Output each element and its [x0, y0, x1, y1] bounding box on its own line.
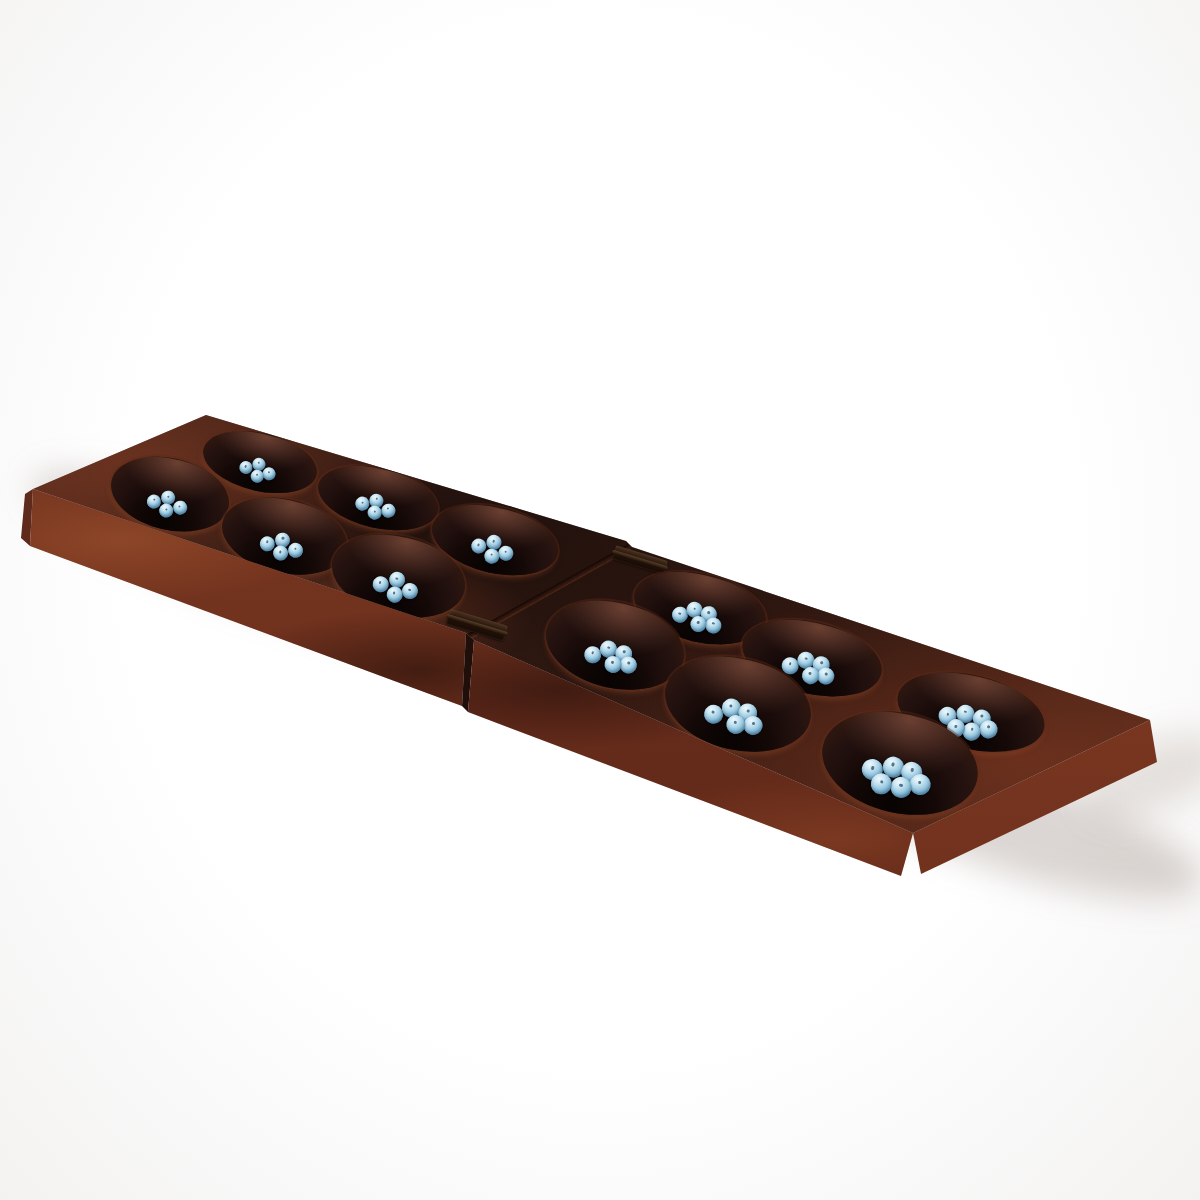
bead — [366, 505, 383, 522]
product-photo-scene — [0, 0, 1200, 1200]
hinge-back — [612, 545, 668, 574]
bead — [262, 466, 278, 482]
bead — [619, 655, 639, 675]
bead — [497, 544, 515, 562]
bead — [816, 666, 836, 686]
bead — [742, 714, 765, 737]
bead — [158, 502, 175, 519]
bead — [171, 499, 188, 516]
